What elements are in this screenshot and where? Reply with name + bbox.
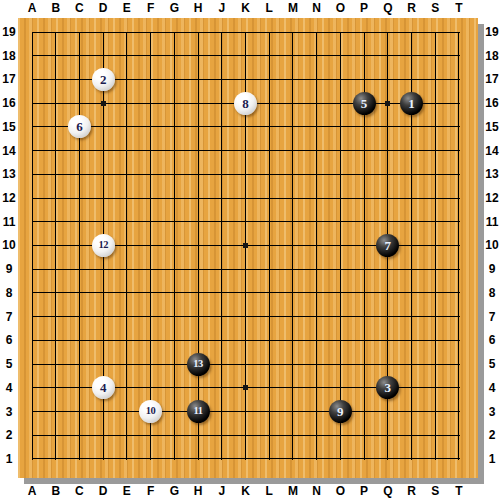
- col-label-bottom: H: [189, 484, 207, 498]
- row-label-right: 4: [484, 381, 500, 395]
- col-label-top: O: [331, 1, 349, 15]
- grid-line-vertical: [340, 32, 341, 460]
- stone-move-number: 13: [193, 359, 203, 370]
- stone-white-F3: 10: [139, 400, 162, 423]
- grid-line-horizontal: [32, 198, 460, 199]
- row-label-right: 10: [484, 238, 500, 252]
- grid-line-vertical: [292, 32, 293, 460]
- row-label-right: 11: [484, 215, 500, 229]
- col-label-top: S: [426, 1, 444, 15]
- stone-black-H3: 11: [187, 400, 210, 423]
- col-label-top: R: [403, 1, 421, 15]
- col-label-bottom: C: [70, 484, 88, 498]
- col-label-bottom: Q: [379, 484, 397, 498]
- col-label-top: H: [189, 1, 207, 15]
- grid-line-vertical: [458, 32, 459, 460]
- stone-move-number: 9: [337, 405, 344, 418]
- grid-line-vertical: [174, 32, 175, 460]
- col-label-bottom: D: [94, 484, 112, 498]
- col-label-top: L: [260, 1, 278, 15]
- row-label-left: 7: [1, 310, 17, 324]
- row-label-left: 6: [1, 333, 17, 347]
- col-label-bottom: A: [23, 484, 41, 498]
- row-label-left: 5: [1, 357, 17, 371]
- col-label-top: D: [94, 1, 112, 15]
- row-label-left: 4: [1, 381, 17, 395]
- grid-line-vertical: [32, 32, 33, 460]
- grid-line-horizontal: [32, 340, 460, 341]
- col-label-bottom: F: [142, 484, 160, 498]
- col-label-top: K: [236, 1, 254, 15]
- stone-move-number: 12: [98, 240, 108, 251]
- row-label-left: 19: [1, 25, 17, 39]
- stone-black-H5: 13: [187, 353, 210, 376]
- col-label-top: T: [450, 1, 468, 15]
- row-label-left: 8: [1, 286, 17, 300]
- row-label-right: 5: [484, 357, 500, 371]
- star-point-K10: [243, 243, 248, 248]
- grid-line-horizontal: [32, 458, 460, 459]
- col-label-bottom: B: [47, 484, 65, 498]
- col-label-top: N: [308, 1, 326, 15]
- col-label-bottom: G: [165, 484, 183, 498]
- col-label-bottom: T: [450, 484, 468, 498]
- grid-line-horizontal: [32, 174, 460, 175]
- row-label-left: 18: [1, 49, 17, 63]
- row-label-right: 13: [484, 167, 500, 181]
- row-label-left: 9: [1, 262, 17, 276]
- row-label-right: 18: [484, 49, 500, 63]
- grid-line-horizontal: [32, 435, 460, 436]
- stone-white-D10: 12: [92, 234, 115, 257]
- col-label-top: F: [142, 1, 160, 15]
- star-point-Q16: [385, 101, 390, 106]
- grid-line-horizontal: [32, 292, 460, 293]
- row-label-right: 2: [484, 428, 500, 442]
- row-label-left: 16: [1, 96, 17, 110]
- col-label-top: C: [70, 1, 88, 15]
- col-label-bottom: E: [118, 484, 136, 498]
- row-label-right: 19: [484, 25, 500, 39]
- col-label-top: B: [47, 1, 65, 15]
- row-label-left: 14: [1, 144, 17, 158]
- stone-white-D17: 2: [92, 68, 115, 91]
- stone-black-R16: 1: [400, 92, 423, 115]
- col-label-top: A: [23, 1, 41, 15]
- goban: [18, 18, 478, 478]
- stone-move-number: 10: [146, 406, 156, 417]
- stone-move-number: 4: [100, 381, 107, 394]
- grid-line-horizontal: [32, 269, 460, 270]
- stone-black-O3: 9: [329, 400, 352, 423]
- col-label-bottom: K: [236, 484, 254, 498]
- go-diagram: AABBCCDDEEFFGGHHJJKKLLMMNNOOPPQQRRSSTT19…: [0, 0, 500, 500]
- grid-line-horizontal: [32, 316, 460, 317]
- stone-move-number: 6: [76, 120, 83, 133]
- row-label-right: 17: [484, 72, 500, 86]
- col-label-bottom: L: [260, 484, 278, 498]
- col-label-top: G: [165, 1, 183, 15]
- stone-move-number: 1: [408, 97, 415, 110]
- row-label-right: 12: [484, 191, 500, 205]
- row-label-left: 15: [1, 120, 17, 134]
- row-label-right: 8: [484, 286, 500, 300]
- row-label-left: 12: [1, 191, 17, 205]
- stone-move-number: 3: [385, 381, 392, 394]
- stone-white-K16: 8: [234, 92, 257, 115]
- row-label-right: 7: [484, 310, 500, 324]
- col-label-top: Q: [379, 1, 397, 15]
- grid-line-vertical: [221, 32, 222, 460]
- stone-move-number: 5: [361, 97, 368, 110]
- row-label-left: 10: [1, 238, 17, 252]
- grid-line-horizontal: [32, 126, 460, 127]
- row-label-left: 2: [1, 428, 17, 442]
- grid-line-vertical: [79, 32, 80, 460]
- row-label-right: 9: [484, 262, 500, 276]
- col-label-bottom: M: [284, 484, 302, 498]
- row-label-right: 6: [484, 333, 500, 347]
- grid-line-horizontal: [32, 150, 460, 151]
- grid-line-horizontal: [32, 55, 460, 56]
- col-label-top: J: [213, 1, 231, 15]
- row-label-left: 11: [1, 215, 17, 229]
- col-label-top: E: [118, 1, 136, 15]
- grid-line-vertical: [198, 32, 199, 460]
- row-label-right: 15: [484, 120, 500, 134]
- grid-line-horizontal: [32, 32, 460, 33]
- row-label-left: 3: [1, 405, 17, 419]
- col-label-top: M: [284, 1, 302, 15]
- row-label-right: 16: [484, 96, 500, 110]
- col-label-bottom: R: [403, 484, 421, 498]
- row-label-right: 1: [484, 452, 500, 466]
- row-label-right: 3: [484, 405, 500, 419]
- row-label-right: 14: [484, 144, 500, 158]
- grid-line-vertical: [55, 32, 56, 460]
- col-label-top: P: [355, 1, 373, 15]
- row-label-left: 13: [1, 167, 17, 181]
- col-label-bottom: O: [331, 484, 349, 498]
- grid-line-horizontal: [32, 364, 460, 365]
- grid-line-vertical: [269, 32, 270, 460]
- grid-line-vertical: [435, 32, 436, 460]
- stone-move-number: 7: [385, 239, 392, 252]
- grid-line-horizontal: [32, 411, 460, 412]
- col-label-bottom: N: [308, 484, 326, 498]
- grid-line-vertical: [126, 32, 127, 460]
- stone-move-number: 11: [194, 406, 203, 417]
- star-point-K4: [243, 385, 248, 390]
- row-label-left: 17: [1, 72, 17, 86]
- row-label-left: 1: [1, 452, 17, 466]
- grid-line-vertical: [316, 32, 317, 460]
- stone-black-P16: 5: [353, 92, 376, 115]
- col-label-bottom: S: [426, 484, 444, 498]
- col-label-bottom: P: [355, 484, 373, 498]
- stone-move-number: 8: [242, 97, 249, 110]
- star-point-D16: [101, 101, 106, 106]
- grid-line-vertical: [150, 32, 151, 460]
- col-label-bottom: J: [213, 484, 231, 498]
- stone-move-number: 2: [100, 73, 107, 86]
- stone-white-D4: 4: [92, 376, 115, 399]
- grid-line-horizontal: [32, 221, 460, 222]
